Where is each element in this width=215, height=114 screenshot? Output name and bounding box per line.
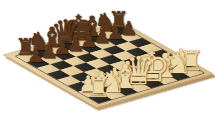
board-playing-field <box>15 25 205 103</box>
chess-set-photo: ♜♞♝♛♚♝♞♜♟♟♟♟♟♟♟♟♟♟♟♟♟♟♟♟♜♞♝♛♚♝♞♜ <box>0 0 215 114</box>
chessboard <box>3 21 214 108</box>
